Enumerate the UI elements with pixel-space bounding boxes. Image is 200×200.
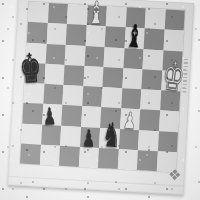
square-c6[interactable]: [65, 44, 86, 65]
square-h8[interactable]: [164, 9, 185, 30]
piece-black-king[interactable]: ♚: [18, 47, 43, 89]
square-g3[interactable]: [139, 109, 160, 130]
square-a1[interactable]: [20, 143, 41, 164]
square-c2[interactable]: [60, 125, 81, 146]
piece-white-bishop[interactable]: ♝: [87, 0, 105, 29]
square-b5[interactable]: [44, 64, 65, 85]
square-e8[interactable]: [106, 6, 127, 27]
square-a3[interactable]: [22, 103, 43, 124]
square-h2[interactable]: [157, 131, 178, 152]
square-c8[interactable]: [67, 4, 88, 25]
square-a8[interactable]: [28, 2, 49, 23]
square-b1[interactable]: [39, 144, 60, 165]
square-c1[interactable]: [59, 146, 80, 167]
square-c7[interactable]: [66, 24, 87, 45]
square-e7[interactable]: [105, 26, 126, 47]
square-h5[interactable]: ♚: [161, 70, 182, 91]
square-c4[interactable]: [62, 85, 83, 106]
square-b6[interactable]: [45, 43, 66, 64]
square-g1[interactable]: [137, 150, 158, 171]
piece-black-knight[interactable]: ♞: [101, 118, 123, 153]
square-c3[interactable]: [61, 105, 82, 126]
square-f7[interactable]: ♝: [124, 27, 145, 48]
square-h3[interactable]: [159, 111, 180, 132]
square-f5[interactable]: [122, 68, 143, 89]
square-d2[interactable]: ♟: [80, 126, 101, 147]
square-c5[interactable]: [63, 65, 84, 86]
square-g7[interactable]: [144, 29, 165, 50]
square-d8[interactable]: ♝: [86, 5, 107, 26]
chess-mat: ♝♝♚♚♟♟♟♞ ❖: [8, 0, 194, 195]
square-g5[interactable]: [141, 69, 162, 90]
square-g4[interactable]: [140, 89, 161, 110]
square-b7[interactable]: [46, 23, 67, 44]
square-e2[interactable]: ♞: [99, 128, 120, 149]
square-a5[interactable]: ♚: [25, 62, 46, 83]
square-b8[interactable]: [47, 3, 68, 24]
square-g8[interactable]: [145, 8, 166, 29]
mat-fold-crease: [8, 176, 184, 188]
piece-black-bishop[interactable]: ♝: [125, 20, 145, 52]
piece-black-pawn[interactable]: ♟: [82, 127, 95, 150]
square-d6[interactable]: [84, 46, 105, 67]
square-g6[interactable]: [142, 49, 163, 70]
diamond-maze-logo-icon: ❖: [168, 168, 182, 184]
square-a7[interactable]: [27, 22, 48, 43]
square-b3[interactable]: ♟: [42, 104, 63, 125]
square-e6[interactable]: [104, 47, 125, 68]
board-photo: ♝♝♚♚♟♟♟♞ ❖: [0, 0, 200, 200]
square-e5[interactable]: [102, 67, 123, 88]
square-g2[interactable]: [138, 130, 159, 151]
piece-white-pawn[interactable]: ♟: [123, 109, 138, 133]
square-e4[interactable]: [101, 87, 122, 108]
square-f1[interactable]: [117, 149, 138, 170]
square-h7[interactable]: [163, 30, 184, 51]
piece-black-pawn[interactable]: ♟: [43, 105, 57, 128]
square-b4[interactable]: [43, 84, 64, 105]
square-d4[interactable]: [82, 86, 103, 107]
chess-board[interactable]: ♝♝♚♚♟♟♟♞: [20, 2, 185, 172]
square-d5[interactable]: [83, 66, 104, 87]
square-a2[interactable]: [21, 123, 42, 144]
